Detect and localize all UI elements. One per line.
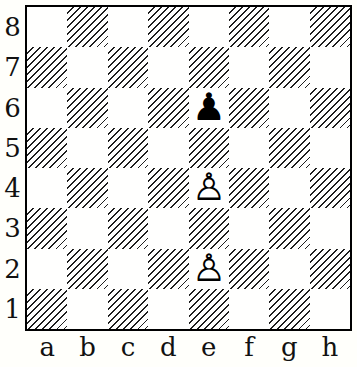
square-f8[interactable] <box>229 7 269 47</box>
rank-label-2: 2 <box>0 249 25 289</box>
square-c4[interactable] <box>108 168 148 208</box>
file-label-e: e <box>189 331 229 365</box>
square-d1[interactable] <box>148 289 188 329</box>
square-h7[interactable] <box>310 47 350 87</box>
square-b1[interactable] <box>67 289 107 329</box>
square-d7[interactable] <box>148 47 188 87</box>
chess-board: ♟♙♙ <box>25 5 352 331</box>
square-c6[interactable] <box>108 88 148 128</box>
square-f4[interactable] <box>229 168 269 208</box>
square-f7[interactable] <box>229 47 269 87</box>
square-h6[interactable] <box>310 88 350 128</box>
square-f3[interactable] <box>229 208 269 248</box>
file-label-f: f <box>229 331 269 365</box>
square-c8[interactable] <box>108 7 148 47</box>
square-b2[interactable] <box>67 249 107 289</box>
square-c2[interactable] <box>108 249 148 289</box>
square-e8[interactable] <box>189 7 229 47</box>
piece-white-pawn-e4[interactable]: ♙ <box>192 168 226 206</box>
square-d3[interactable] <box>148 208 188 248</box>
rank-label-3: 3 <box>0 208 25 248</box>
square-d8[interactable] <box>148 7 188 47</box>
chess-diagram: 87654321 ♟♙♙ abcdefgh <box>0 0 357 367</box>
square-e1[interactable] <box>189 289 229 329</box>
square-c3[interactable] <box>108 208 148 248</box>
file-label-h: h <box>310 331 350 365</box>
square-g8[interactable] <box>269 7 309 47</box>
square-e6[interactable]: ♟ <box>189 88 229 128</box>
square-a7[interactable] <box>27 47 67 87</box>
square-h4[interactable] <box>310 168 350 208</box>
rank-label-4: 4 <box>0 168 25 208</box>
square-a5[interactable] <box>27 128 67 168</box>
square-f2[interactable] <box>229 249 269 289</box>
piece-white-pawn-e2[interactable]: ♙ <box>192 249 226 287</box>
square-h2[interactable] <box>310 249 350 289</box>
square-c7[interactable] <box>108 47 148 87</box>
square-b4[interactable] <box>67 168 107 208</box>
square-d5[interactable] <box>148 128 188 168</box>
piece-black-pawn-e6[interactable]: ♟ <box>192 88 226 126</box>
rank-label-7: 7 <box>0 47 25 87</box>
file-label-c: c <box>108 331 148 365</box>
file-label-a: a <box>27 331 67 365</box>
square-f1[interactable] <box>229 289 269 329</box>
square-d4[interactable] <box>148 168 188 208</box>
square-e7[interactable] <box>189 47 229 87</box>
rank-label-1: 1 <box>0 289 25 329</box>
square-h3[interactable] <box>310 208 350 248</box>
square-h5[interactable] <box>310 128 350 168</box>
file-label-d: d <box>148 331 188 365</box>
file-label-b: b <box>67 331 107 365</box>
square-e5[interactable] <box>189 128 229 168</box>
square-h1[interactable] <box>310 289 350 329</box>
rank-label-6: 6 <box>0 88 25 128</box>
square-d2[interactable] <box>148 249 188 289</box>
rank-label-8: 8 <box>0 7 25 47</box>
square-b5[interactable] <box>67 128 107 168</box>
file-labels: abcdefgh <box>27 331 350 365</box>
square-g5[interactable] <box>269 128 309 168</box>
square-e4[interactable]: ♙ <box>189 168 229 208</box>
square-h8[interactable] <box>310 7 350 47</box>
square-e3[interactable] <box>189 208 229 248</box>
square-b6[interactable] <box>67 88 107 128</box>
square-g1[interactable] <box>269 289 309 329</box>
square-a2[interactable] <box>27 249 67 289</box>
square-b3[interactable] <box>67 208 107 248</box>
square-a3[interactable] <box>27 208 67 248</box>
square-f5[interactable] <box>229 128 269 168</box>
square-f6[interactable] <box>229 88 269 128</box>
square-g4[interactable] <box>269 168 309 208</box>
square-a6[interactable] <box>27 88 67 128</box>
square-g2[interactable] <box>269 249 309 289</box>
square-g3[interactable] <box>269 208 309 248</box>
square-d6[interactable] <box>148 88 188 128</box>
square-a1[interactable] <box>27 289 67 329</box>
rank-label-5: 5 <box>0 128 25 168</box>
square-c1[interactable] <box>108 289 148 329</box>
square-b8[interactable] <box>67 7 107 47</box>
square-a8[interactable] <box>27 7 67 47</box>
rank-labels: 87654321 <box>0 7 25 329</box>
square-g6[interactable] <box>269 88 309 128</box>
square-a4[interactable] <box>27 168 67 208</box>
square-g7[interactable] <box>269 47 309 87</box>
square-c5[interactable] <box>108 128 148 168</box>
square-b7[interactable] <box>67 47 107 87</box>
file-label-g: g <box>269 331 309 365</box>
square-e2[interactable]: ♙ <box>189 249 229 289</box>
